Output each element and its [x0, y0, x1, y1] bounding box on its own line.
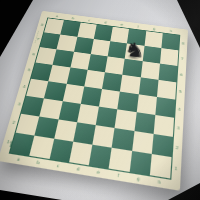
file-label-bottom-g: g: [137, 176, 140, 181]
rank-label-right-5: 5: [179, 90, 182, 94]
file-label-bottom-h: h: [158, 179, 161, 184]
rank-label-left-3: 3: [17, 102, 21, 106]
file-label-bottom-d: d: [76, 166, 80, 171]
file-label-bottom-e: e: [97, 170, 100, 175]
file-label-bottom-c: c: [56, 163, 59, 168]
rank-label-left-8: 8: [41, 23, 44, 26]
file-label-top-c: c: [88, 19, 91, 22]
square-f1[interactable]: [109, 148, 132, 172]
rank-label-left-4: 4: [22, 85, 26, 89]
square-h1[interactable]: [150, 154, 172, 179]
rank-label-right-6: 6: [180, 73, 183, 77]
file-label-top-e: e: [121, 23, 124, 26]
file-label-bottom-a: a: [17, 157, 21, 162]
rank-label-right-2: 2: [176, 145, 179, 150]
file-label-top-b: b: [72, 17, 75, 20]
rank-label-left-2: 2: [12, 120, 16, 124]
rank-label-right-8: 8: [182, 42, 185, 45]
rank-label-right-1: 1: [174, 166, 177, 171]
file-label-top-g: g: [153, 27, 156, 30]
file-label-bottom-b: b: [36, 160, 40, 165]
square-g1[interactable]: [129, 151, 151, 175]
rank-label-right-7: 7: [181, 57, 184, 61]
rank-label-right-4: 4: [178, 107, 181, 111]
rank-label-left-5: 5: [27, 68, 30, 72]
black-knight-piece[interactable]: ♞: [126, 36, 144, 61]
file-label-top-h: h: [170, 29, 173, 32]
photo-background: abcdefgh abcdefgh 87654321 87654321 ····…: [0, 0, 200, 200]
file-label-bottom-f: f: [117, 173, 119, 178]
rank-label-right-3: 3: [177, 126, 180, 130]
file-label-top-d: d: [104, 21, 107, 24]
rank-label-left-6: 6: [32, 52, 35, 56]
file-label-top-a: a: [56, 15, 59, 18]
file-label-top-f: f: [137, 25, 139, 28]
scene: abcdefgh abcdefgh 87654321 87654321 ····…: [0, 0, 200, 200]
